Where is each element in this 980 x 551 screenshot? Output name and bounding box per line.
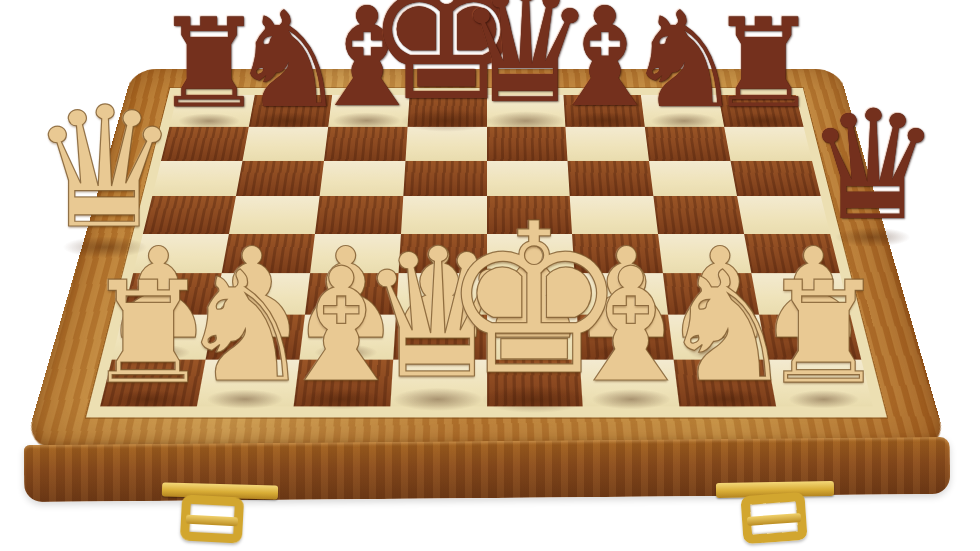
square-g6[interactable] — [649, 160, 737, 195]
latch-clasp-bar — [747, 513, 801, 526]
chess-set-photo: ♜♞♝♚♛♝♞♜♟♟♟♟♟♟♟♟♜♞♝♛♚♝♞♜♛♛ — [0, 0, 980, 551]
latch-clasp-icon-right — [740, 492, 807, 544]
square-b6[interactable] — [235, 160, 323, 195]
square-c6[interactable] — [319, 160, 405, 195]
piece-black-queen-right-rail[interactable]: ♛ — [805, 91, 940, 242]
piece-white-rook-h1[interactable]: ♜ — [761, 263, 887, 404]
piece-white-queen-left-rail[interactable]: ♛ — [30, 85, 180, 252]
piece-black-rook-h8[interactable]: ♜ — [708, 3, 818, 126]
latch-clasp-bar — [186, 515, 238, 527]
latch-clasp-icon-left — [180, 494, 244, 543]
